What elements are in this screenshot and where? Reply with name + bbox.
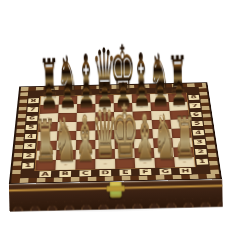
file-label-b: B xyxy=(58,170,72,177)
pieces-layer: ♜♞♝♛♚♝♞♜♟♟♟♟♟♟♟♟♟♟♟♟♟♟♟♟♜♞♝♛♚♝♞♜ xyxy=(35,93,195,170)
file-label-e: E xyxy=(118,169,132,176)
file-label-a: A xyxy=(38,171,52,178)
box-front-panel xyxy=(9,179,223,212)
rank-label-left-2: 2 xyxy=(22,152,36,159)
rank-label-left-1: 1 xyxy=(21,162,35,169)
cell-b1: ♞ xyxy=(55,160,75,170)
cell-f1: ♝ xyxy=(135,158,155,168)
rank-label-right-8: 8 xyxy=(187,94,200,100)
file-label-g: G xyxy=(158,168,172,175)
rank-label-left-8: 8 xyxy=(27,98,40,104)
product-photo: A88B77C66D55E44F33G22H11 ♜♞♝♛♚♝♞♜♟♟♟♟♟♟♟… xyxy=(0,0,228,228)
cell-e1: ♚ xyxy=(115,158,135,168)
file-label-c: C xyxy=(78,170,92,177)
carved-scallop-border xyxy=(9,198,222,211)
file-label-f: F xyxy=(138,168,152,175)
file-label-d: D xyxy=(98,169,112,176)
cell-a1: ♜ xyxy=(35,160,55,170)
rank-label-right-1: 1 xyxy=(195,158,209,165)
brass-clasp-latch xyxy=(110,176,122,198)
file-label-h: H xyxy=(178,167,192,174)
cell-g1: ♞ xyxy=(154,157,175,167)
chess-set: A88B77C66D55E44F33G22H11 ♜♞♝♛♚♝♞♜♟♟♟♟♟♟♟… xyxy=(12,28,216,228)
white-rook-h1: ♜ xyxy=(173,110,196,167)
cell-h1: ♜ xyxy=(174,157,195,167)
